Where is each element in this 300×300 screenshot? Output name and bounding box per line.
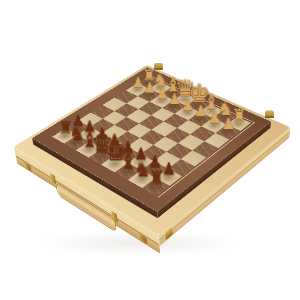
pieces-layer: ♜♞♝♛♚♝♞♜♟♟♟♟♟♟♟♟♟♟♟♟♟♟♟♟♜♞♝♛♚♝♞♜ [52, 77, 251, 197]
white-pawn-glyph: ♟ [217, 117, 239, 132]
chess-case-top: ♜♞♝♛♚♝♞♜♟♟♟♟♟♟♟♟♟♟♟♟♟♟♟♟♜♞♝♛♚♝♞♜ [14, 65, 291, 235]
product-photo-stage: ♜♞♝♛♚♝♞♜♟♟♟♟♟♟♟♟♟♟♟♟♟♟♟♟♜♞♝♛♚♝♞♜ [0, 0, 300, 300]
black-rook-glyph: ♜ [144, 168, 169, 187]
brass-clasp-icon [23, 161, 31, 171]
carry-handle [55, 182, 117, 233]
